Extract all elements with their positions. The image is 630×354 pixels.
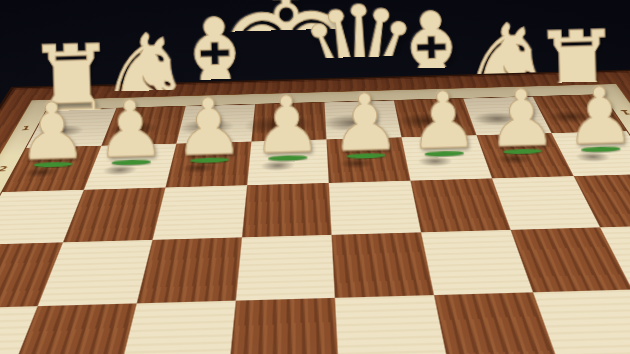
green-felt-base [401, 107, 466, 117]
camera-tilt-wrapper: 1122334455667788 ♜♞♝♚♛♝♞♜♟♟♟♟♟♟♟♟ [0, 0, 630, 354]
white-pawn-icon: ♟ [330, 84, 402, 164]
white-pawn-g2: ♟ [82, 50, 179, 166]
white-pawn-icon: ♟ [564, 78, 630, 158]
green-felt-base [326, 109, 396, 119]
pieces-layer: ♜♞♝♚♛♝♞♜♟♟♟♟♟♟♟♟ [0, 70, 630, 354]
green-felt-base [185, 113, 250, 123]
green-felt-base [478, 107, 534, 115]
white-rook-a1: ♜ [514, 0, 630, 114]
chess-board: 1122334455667788 ♜♞♝♚♛♝♞♜♟♟♟♟♟♟♟♟ [0, 71, 630, 354]
white-knight-b1: ♞ [434, 0, 572, 116]
white-queen-d1: ♛ [272, 0, 446, 120]
white-rook-h1: ♜ [8, 0, 133, 128]
white-pawn-d2: ♟ [317, 43, 414, 159]
white-rook-icon: ♜ [25, 31, 118, 134]
white-pawn-icon: ♟ [486, 80, 558, 160]
white-bishop-icon: ♝ [156, 0, 275, 132]
chessboard-photo: 1122334455667788 ♜♞♝♚♛♝♞♜♟♟♟♟♟♟♟♟ [0, 0, 630, 354]
white-pawn-h2: ♟ [3, 52, 100, 168]
white-pawn-e2: ♟ [238, 45, 335, 161]
green-felt-base [553, 105, 603, 112]
green-felt-base [190, 157, 229, 163]
green-felt-base [504, 148, 543, 154]
white-bishop-f1: ♝ [134, 0, 294, 124]
green-felt-base [347, 153, 386, 159]
green-felt-base [248, 109, 330, 121]
white-pawn-f2: ♟ [160, 48, 257, 164]
white-pawn-c2: ♟ [395, 41, 492, 157]
white-bishop-c1: ♝ [351, 0, 511, 118]
white-knight-icon: ♞ [453, 9, 556, 123]
white-bishop-icon: ♝ [372, 0, 491, 127]
white-queen-icon: ♛ [295, 0, 424, 130]
white-pawn-a2: ♟ [551, 37, 630, 153]
green-felt-base [425, 151, 464, 157]
green-felt-base [117, 117, 173, 125]
white-pawn-icon: ♟ [251, 86, 323, 166]
white-pawn-icon: ♟ [95, 91, 167, 171]
green-felt-base [269, 155, 308, 161]
perspective-wrapper: 1122334455667788 ♜♞♝♚♛♝♞♜♟♟♟♟♟♟♟♟ [0, 0, 630, 354]
green-felt-base [34, 161, 73, 167]
green-felt-base [47, 119, 97, 126]
white-pawn-icon: ♟ [173, 89, 245, 169]
white-pawn-icon: ♟ [408, 82, 480, 162]
white-king-icon: ♚ [212, 0, 364, 134]
white-rook-icon: ♜ [530, 17, 623, 120]
white-pawn-icon: ♟ [16, 93, 88, 173]
white-knight-g1: ♞ [74, 0, 212, 126]
white-king-e1: ♚ [184, 0, 388, 123]
white-pawn-b2: ♟ [473, 39, 570, 155]
green-felt-base [582, 146, 621, 152]
white-knight-icon: ♞ [92, 19, 195, 133]
green-felt-base [112, 159, 151, 165]
